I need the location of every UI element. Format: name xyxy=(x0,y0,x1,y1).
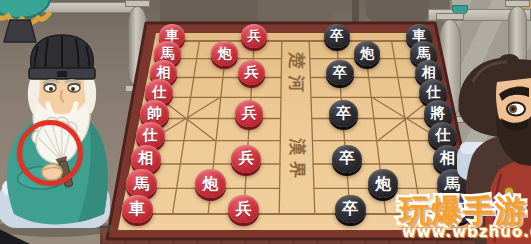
piece-red-兵[interactable]: 兵 xyxy=(235,100,264,127)
red-circle-annotation xyxy=(17,120,83,186)
piece-black-卒[interactable]: 卒 xyxy=(329,100,358,127)
piece-red-炮[interactable]: 炮 xyxy=(195,169,225,197)
pupil xyxy=(511,107,515,111)
piece-black-卒[interactable]: 卒 xyxy=(326,60,353,85)
piece-red-兵[interactable]: 兵 xyxy=(238,60,265,85)
piece-red-兵[interactable]: 兵 xyxy=(241,24,267,48)
game-scene: 楚河 漢界 車兵車卒馬炮馬炮相兵相卒仕仕帥兵將卒仕仕相兵相卒馬炮馬炮車兵車卒 xyxy=(0,0,531,244)
piece-black-炮[interactable]: 炮 xyxy=(354,41,381,66)
hat-badge xyxy=(57,71,67,77)
piece-red-馬[interactable]: 馬 xyxy=(126,169,156,197)
piece-red-炮[interactable]: 炮 xyxy=(211,41,238,66)
piece-red-兵[interactable]: 兵 xyxy=(231,145,261,173)
piece-black-炮[interactable]: 炮 xyxy=(368,169,398,197)
watermark-url: www.wbzhuo.com xyxy=(402,223,531,241)
piece-black-卒[interactable]: 卒 xyxy=(324,24,350,48)
pupil xyxy=(71,87,75,91)
piece-red-車[interactable]: 車 xyxy=(122,195,153,224)
pupil xyxy=(49,87,53,91)
piece-red-兵[interactable]: 兵 xyxy=(228,195,259,224)
piece-black-卒[interactable]: 卒 xyxy=(332,145,362,173)
piece-black-卒[interactable]: 卒 xyxy=(335,195,366,224)
